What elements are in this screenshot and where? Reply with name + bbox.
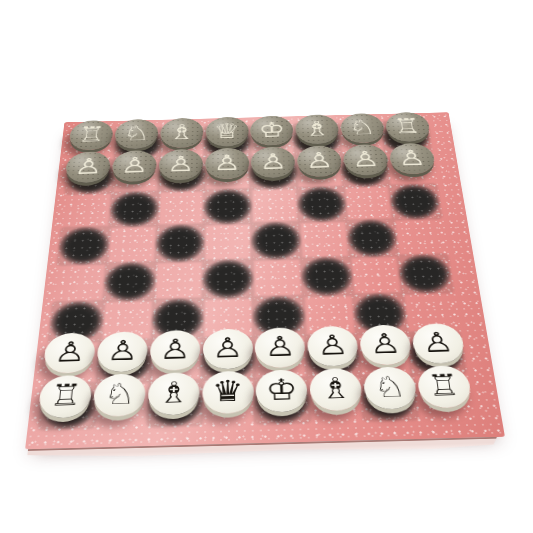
piece-black-pawn[interactable]: ♙ bbox=[251, 146, 296, 178]
piece-glyph: ♛ bbox=[212, 377, 244, 407]
piece-glyph: ♔ bbox=[258, 119, 285, 140]
piece-glyph: ♗ bbox=[303, 118, 331, 139]
square-e5[interactable] bbox=[251, 222, 300, 259]
square-d7[interactable]: ♙ bbox=[205, 157, 251, 191]
piece-white-bishop[interactable]: ♗ bbox=[147, 372, 200, 416]
square-h1[interactable]: ♖ bbox=[412, 373, 471, 419]
square-d5[interactable] bbox=[204, 223, 253, 260]
square-c7[interactable]: ♙ bbox=[158, 158, 205, 192]
square-f1[interactable]: ♗ bbox=[307, 376, 363, 422]
piece-glyph: ♖ bbox=[426, 371, 462, 401]
chess-board: ♖♘♗♕♔♗♘♖♙♙♙♙♙♙♙♙♙♙♙♙♙♙♙♙♖♘♗♛♔♗♘♖ bbox=[25, 112, 505, 449]
piece-glyph: ♖ bbox=[48, 381, 83, 411]
square-b4[interactable] bbox=[103, 262, 155, 301]
piece-black-pawn[interactable]: ♙ bbox=[205, 147, 249, 179]
square-c1[interactable]: ♗ bbox=[147, 380, 202, 426]
piece-glyph: ♙ bbox=[53, 338, 87, 366]
piece-glyph: ♙ bbox=[420, 329, 455, 357]
square-c5[interactable] bbox=[155, 225, 204, 262]
square-f5[interactable] bbox=[299, 221, 350, 258]
square-g5[interactable] bbox=[346, 220, 398, 257]
piece-white-king[interactable]: ♔ bbox=[256, 370, 309, 413]
piece-glyph: ♙ bbox=[159, 336, 191, 364]
piece-glyph: ♗ bbox=[168, 121, 195, 142]
piece-glyph: ♘ bbox=[123, 123, 151, 144]
square-f6[interactable] bbox=[297, 187, 346, 222]
piece-glyph: ♗ bbox=[157, 378, 190, 408]
piece-glyph: ♙ bbox=[397, 147, 427, 169]
piece-glyph: ♙ bbox=[106, 337, 139, 365]
piece-glyph: ♙ bbox=[212, 334, 243, 362]
square-h7[interactable]: ♙ bbox=[385, 152, 435, 186]
square-d1[interactable]: ♛ bbox=[202, 379, 256, 425]
piece-black-knight[interactable]: ♘ bbox=[114, 119, 159, 150]
square-d6[interactable] bbox=[204, 189, 251, 224]
piece-glyph: ♙ bbox=[264, 333, 296, 361]
square-b5[interactable] bbox=[107, 226, 157, 263]
piece-white-knight[interactable]: ♘ bbox=[362, 367, 418, 410]
square-e7[interactable]: ♙ bbox=[250, 156, 297, 190]
piece-black-bishop[interactable]: ♗ bbox=[160, 117, 204, 148]
board-side-edge bbox=[27, 437, 499, 460]
square-h6[interactable] bbox=[389, 184, 441, 219]
piece-glyph: ♘ bbox=[372, 373, 407, 403]
square-a5[interactable] bbox=[58, 227, 109, 264]
square-a6[interactable] bbox=[62, 193, 112, 228]
square-b6[interactable] bbox=[109, 192, 158, 227]
board-grid: ♖♘♗♕♔♗♘♖♙♙♙♙♙♙♙♙♙♙♙♙♙♙♙♙♖♘♗♛♔♗♘♖ bbox=[39, 121, 471, 429]
piece-glyph: ♙ bbox=[305, 149, 334, 171]
piece-glyph: ♔ bbox=[265, 375, 298, 405]
piece-glyph: ♘ bbox=[348, 117, 377, 138]
piece-white-pawn[interactable]: ♙ bbox=[149, 330, 200, 371]
square-e6[interactable] bbox=[251, 188, 299, 223]
square-g4[interactable] bbox=[349, 255, 402, 294]
piece-glyph: ♗ bbox=[319, 374, 353, 404]
square-f7[interactable]: ♙ bbox=[295, 154, 343, 188]
square-b7[interactable]: ♙ bbox=[112, 159, 160, 193]
square-a7[interactable]: ♙ bbox=[66, 160, 115, 194]
square-a4[interactable] bbox=[54, 263, 107, 302]
piece-glyph: ♕ bbox=[214, 120, 241, 141]
square-g7[interactable]: ♙ bbox=[340, 153, 389, 187]
piece-glyph: ♙ bbox=[259, 150, 287, 172]
piece-glyph: ♙ bbox=[368, 330, 402, 358]
piece-black-king[interactable]: ♔ bbox=[250, 115, 294, 145]
square-a1[interactable]: ♖ bbox=[39, 383, 97, 429]
piece-white-queen[interactable]: ♛ bbox=[202, 371, 254, 415]
piece-glyph: ♙ bbox=[120, 154, 149, 176]
piece-black-rook[interactable]: ♖ bbox=[384, 112, 431, 142]
square-h4[interactable] bbox=[398, 254, 452, 293]
square-c6[interactable] bbox=[157, 190, 205, 225]
piece-glyph: ♘ bbox=[103, 380, 137, 410]
piece-glyph: ♙ bbox=[351, 148, 380, 170]
piece-white-pawn[interactable]: ♙ bbox=[202, 329, 253, 370]
square-c4[interactable] bbox=[153, 261, 203, 300]
square-h5[interactable] bbox=[394, 218, 447, 255]
square-e1[interactable]: ♔ bbox=[255, 377, 310, 423]
piece-black-pawn[interactable]: ♙ bbox=[158, 149, 203, 181]
piece-black-rook[interactable]: ♖ bbox=[68, 120, 114, 151]
photo-background: ♖♘♗♕♔♗♘♖♙♙♙♙♙♙♙♙♙♙♙♙♙♙♙♙♖♘♗♛♔♗♘♖ bbox=[0, 0, 533, 533]
piece-glyph: ♙ bbox=[213, 152, 240, 174]
square-f4[interactable] bbox=[301, 257, 353, 296]
square-b1[interactable]: ♘ bbox=[93, 382, 149, 428]
square-d4[interactable] bbox=[203, 259, 253, 298]
piece-white-pawn[interactable]: ♙ bbox=[307, 326, 360, 367]
square-g1[interactable]: ♘ bbox=[360, 375, 418, 421]
piece-glyph: ♖ bbox=[393, 116, 422, 137]
piece-glyph: ♙ bbox=[74, 155, 103, 177]
piece-black-bishop[interactable]: ♗ bbox=[295, 114, 340, 144]
piece-black-knight[interactable]: ♘ bbox=[339, 113, 385, 143]
piece-black-queen[interactable]: ♕ bbox=[205, 116, 248, 147]
piece-glyph: ♙ bbox=[316, 331, 349, 359]
square-g6[interactable] bbox=[343, 186, 393, 221]
piece-white-pawn[interactable]: ♙ bbox=[255, 327, 306, 368]
square-e4[interactable] bbox=[252, 258, 303, 297]
piece-glyph: ♙ bbox=[167, 153, 195, 175]
piece-glyph: ♖ bbox=[77, 124, 106, 145]
